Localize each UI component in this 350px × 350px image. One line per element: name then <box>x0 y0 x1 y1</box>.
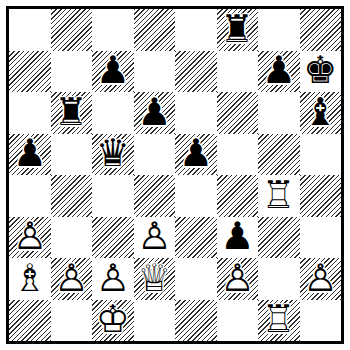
white-bishop-icon: ♗ <box>9 258 51 300</box>
white-king-silhouette: ♚ <box>92 300 134 342</box>
square-g8 <box>258 9 300 51</box>
square-a2: ♝♗ <box>9 258 51 300</box>
white-queen-silhouette: ♛ <box>134 258 176 300</box>
square-d1 <box>134 300 176 342</box>
white-rook-g4: ♜♖ <box>258 175 300 217</box>
black-king-icon: ♚ <box>300 51 342 93</box>
white-king-icon: ♔ <box>92 300 134 342</box>
square-c8 <box>92 9 134 51</box>
square-e6 <box>175 92 217 134</box>
square-h3 <box>300 217 342 259</box>
square-c3 <box>92 217 134 259</box>
white-pawn-icon: ♙ <box>217 258 259 300</box>
chess-board: ♜♜♟♟♟♟♚♚♜♜♟♟♝♝♟♟♛♛♟♟♜♖♟♙♟♙♟♟♝♗♟♙♟♙♛♕♟♙♟♙… <box>9 9 341 341</box>
white-queen-d2: ♛♕ <box>134 258 176 300</box>
square-e4 <box>175 175 217 217</box>
black-pawn-silhouette: ♟ <box>134 92 176 134</box>
black-pawn-silhouette: ♟ <box>175 134 217 176</box>
white-pawn-f2: ♟♙ <box>217 258 259 300</box>
square-g7: ♟♟ <box>258 51 300 93</box>
square-f7 <box>217 51 259 93</box>
square-h8 <box>300 9 342 51</box>
square-d3: ♟♙ <box>134 217 176 259</box>
square-g6 <box>258 92 300 134</box>
square-h4 <box>300 175 342 217</box>
black-pawn-silhouette: ♟ <box>92 51 134 93</box>
square-c2: ♟♙ <box>92 258 134 300</box>
square-c4 <box>92 175 134 217</box>
black-queen-silhouette: ♛ <box>92 134 134 176</box>
white-pawn-h2: ♟♙ <box>300 258 342 300</box>
black-pawn-d6: ♟♟ <box>134 92 176 134</box>
white-pawn-c2: ♟♙ <box>92 258 134 300</box>
square-b1 <box>51 300 93 342</box>
square-e5: ♟♟ <box>175 134 217 176</box>
square-e7 <box>175 51 217 93</box>
square-f6 <box>217 92 259 134</box>
black-pawn-a5: ♟♟ <box>9 134 51 176</box>
square-f1 <box>217 300 259 342</box>
square-g1: ♜♖ <box>258 300 300 342</box>
black-pawn-f3: ♟♟ <box>217 217 259 259</box>
square-g4: ♜♖ <box>258 175 300 217</box>
black-pawn-silhouette: ♟ <box>217 217 259 259</box>
black-bishop-h6: ♝♝ <box>300 92 342 134</box>
square-a5: ♟♟ <box>9 134 51 176</box>
square-b8 <box>51 9 93 51</box>
black-rook-b6: ♜♜ <box>51 92 93 134</box>
square-g2 <box>258 258 300 300</box>
square-f2: ♟♙ <box>217 258 259 300</box>
square-d4 <box>134 175 176 217</box>
white-rook-silhouette: ♜ <box>258 175 300 217</box>
black-rook-icon: ♜ <box>51 92 93 134</box>
chess-board-diagram: ♜♜♟♟♟♟♚♚♜♜♟♟♝♝♟♟♛♛♟♟♜♖♟♙♟♙♟♟♝♗♟♙♟♙♛♕♟♙♟♙… <box>0 0 350 350</box>
square-d6: ♟♟ <box>134 92 176 134</box>
square-b7 <box>51 51 93 93</box>
square-d7 <box>134 51 176 93</box>
square-b5 <box>51 134 93 176</box>
black-queen-icon: ♛ <box>92 134 134 176</box>
black-bishop-silhouette: ♝ <box>300 92 342 134</box>
black-pawn-icon: ♟ <box>92 51 134 93</box>
black-pawn-icon: ♟ <box>9 134 51 176</box>
white-pawn-d3: ♟♙ <box>134 217 176 259</box>
white-rook-g1: ♜♖ <box>258 300 300 342</box>
square-a3: ♟♙ <box>9 217 51 259</box>
black-rook-silhouette: ♜ <box>217 9 259 51</box>
white-bishop-silhouette: ♝ <box>9 258 51 300</box>
square-e2 <box>175 258 217 300</box>
square-a1 <box>9 300 51 342</box>
square-h7: ♚♚ <box>300 51 342 93</box>
board-frame: ♜♜♟♟♟♟♚♚♜♜♟♟♝♝♟♟♛♛♟♟♜♖♟♙♟♙♟♟♝♗♟♙♟♙♛♕♟♙♟♙… <box>6 6 344 344</box>
white-rook-silhouette: ♜ <box>258 300 300 342</box>
square-c1: ♚♔ <box>92 300 134 342</box>
black-queen-c5: ♛♛ <box>92 134 134 176</box>
square-h5 <box>300 134 342 176</box>
square-f5 <box>217 134 259 176</box>
square-f4 <box>217 175 259 217</box>
black-king-silhouette: ♚ <box>300 51 342 93</box>
white-pawn-silhouette: ♟ <box>134 217 176 259</box>
square-f8: ♜♜ <box>217 9 259 51</box>
white-pawn-silhouette: ♟ <box>92 258 134 300</box>
white-queen-icon: ♕ <box>134 258 176 300</box>
white-pawn-icon: ♙ <box>134 217 176 259</box>
square-b6: ♜♜ <box>51 92 93 134</box>
black-pawn-icon: ♟ <box>258 51 300 93</box>
white-king-c1: ♚♔ <box>92 300 134 342</box>
square-c5: ♛♛ <box>92 134 134 176</box>
square-a6 <box>9 92 51 134</box>
white-pawn-silhouette: ♟ <box>217 258 259 300</box>
white-pawn-icon: ♙ <box>51 258 93 300</box>
white-pawn-silhouette: ♟ <box>300 258 342 300</box>
square-a8 <box>9 9 51 51</box>
square-d8 <box>134 9 176 51</box>
square-c7: ♟♟ <box>92 51 134 93</box>
white-pawn-silhouette: ♟ <box>51 258 93 300</box>
white-pawn-b2: ♟♙ <box>51 258 93 300</box>
white-rook-icon: ♖ <box>258 175 300 217</box>
square-a4 <box>9 175 51 217</box>
white-pawn-icon: ♙ <box>92 258 134 300</box>
black-pawn-silhouette: ♟ <box>258 51 300 93</box>
square-b3 <box>51 217 93 259</box>
black-rook-silhouette: ♜ <box>51 92 93 134</box>
white-pawn-icon: ♙ <box>300 258 342 300</box>
square-b2: ♟♙ <box>51 258 93 300</box>
black-pawn-icon: ♟ <box>217 217 259 259</box>
square-g5 <box>258 134 300 176</box>
square-a7 <box>9 51 51 93</box>
square-h2: ♟♙ <box>300 258 342 300</box>
square-e1 <box>175 300 217 342</box>
black-pawn-icon: ♟ <box>175 134 217 176</box>
black-bishop-icon: ♝ <box>300 92 342 134</box>
black-pawn-c7: ♟♟ <box>92 51 134 93</box>
square-e3 <box>175 217 217 259</box>
black-king-h7: ♚♚ <box>300 51 342 93</box>
black-pawn-e5: ♟♟ <box>175 134 217 176</box>
black-pawn-g7: ♟♟ <box>258 51 300 93</box>
square-g3 <box>258 217 300 259</box>
square-c6 <box>92 92 134 134</box>
square-e8 <box>175 9 217 51</box>
square-h6: ♝♝ <box>300 92 342 134</box>
white-pawn-silhouette: ♟ <box>9 217 51 259</box>
square-d5 <box>134 134 176 176</box>
square-d2: ♛♕ <box>134 258 176 300</box>
black-rook-icon: ♜ <box>217 9 259 51</box>
white-pawn-a3: ♟♙ <box>9 217 51 259</box>
square-f3: ♟♟ <box>217 217 259 259</box>
black-pawn-icon: ♟ <box>134 92 176 134</box>
white-pawn-icon: ♙ <box>9 217 51 259</box>
white-rook-icon: ♖ <box>258 300 300 342</box>
black-rook-f8: ♜♜ <box>217 9 259 51</box>
white-bishop-a2: ♝♗ <box>9 258 51 300</box>
square-b4 <box>51 175 93 217</box>
black-pawn-silhouette: ♟ <box>9 134 51 176</box>
square-h1 <box>300 300 342 342</box>
